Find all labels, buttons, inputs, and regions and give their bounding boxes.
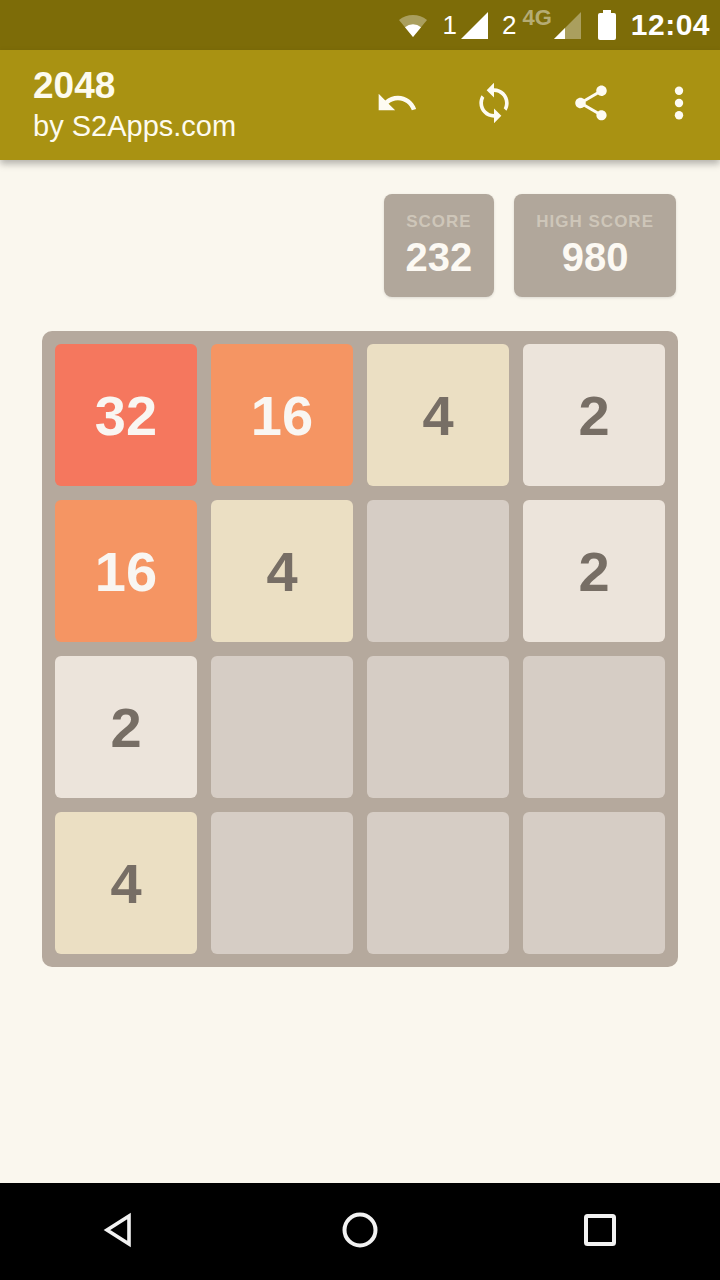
cell-r4c3	[367, 812, 509, 954]
app-bar-titles: 2048 by S2Apps.com	[33, 66, 375, 143]
clock: 12:04	[631, 8, 710, 42]
high-score-box: HIGH SCORE 980	[514, 194, 676, 297]
network-type-label: 4G	[522, 5, 551, 31]
cell-r4c4	[523, 812, 665, 954]
signal-icon-sim1	[461, 12, 488, 39]
app-subtitle: by S2Apps.com	[33, 110, 375, 143]
score-row: SCORE 232 HIGH SCORE 980	[0, 194, 676, 297]
restart-button[interactable]	[472, 83, 516, 127]
signal-icon-sim2	[554, 12, 581, 39]
nav-home-button[interactable]	[240, 1210, 480, 1254]
refresh-icon	[472, 81, 516, 129]
overflow-menu-button[interactable]	[666, 83, 692, 127]
back-icon	[100, 1210, 140, 1254]
status-bar: 1 2 4G 12:04	[0, 0, 720, 50]
score-value: 232	[406, 235, 473, 280]
cell-r1c1: 32	[55, 344, 197, 486]
high-score-value: 980	[562, 235, 629, 280]
nav-back-button[interactable]	[0, 1210, 240, 1254]
overflow-menu-icon	[658, 82, 700, 128]
recents-icon	[580, 1210, 620, 1254]
wifi-icon	[398, 13, 428, 38]
home-icon	[340, 1210, 380, 1254]
game-board[interactable]: 32 16 4 2 16 4 2 2 4	[42, 331, 678, 967]
cell-r3c4	[523, 656, 665, 798]
cell-r2c4: 2	[523, 500, 665, 642]
sim1-label: 1	[442, 10, 456, 41]
app-bar: 2048 by S2Apps.com	[0, 50, 720, 160]
cell-r4c1: 4	[55, 812, 197, 954]
share-icon	[570, 82, 612, 128]
sim2-label: 2	[502, 10, 516, 41]
score-box: SCORE 232	[384, 194, 495, 297]
score-label: SCORE	[406, 212, 471, 232]
app-bar-actions	[375, 83, 692, 127]
undo-icon	[375, 81, 419, 129]
cell-r2c3	[367, 500, 509, 642]
cell-r2c1: 16	[55, 500, 197, 642]
cell-r1c4: 2	[523, 344, 665, 486]
high-score-label: HIGH SCORE	[536, 212, 654, 232]
cell-r2c2: 4	[211, 500, 353, 642]
battery-icon	[597, 10, 617, 40]
cell-r3c3	[367, 656, 509, 798]
app-title: 2048	[33, 66, 375, 107]
cell-r3c1: 2	[55, 656, 197, 798]
android-nav-bar	[0, 1183, 720, 1280]
nav-recents-button[interactable]	[480, 1210, 720, 1254]
share-button[interactable]	[569, 83, 613, 127]
undo-button[interactable]	[375, 83, 419, 127]
cell-r3c2	[211, 656, 353, 798]
cell-r1c2: 16	[211, 344, 353, 486]
cell-r1c3: 4	[367, 344, 509, 486]
cell-r4c2	[211, 812, 353, 954]
